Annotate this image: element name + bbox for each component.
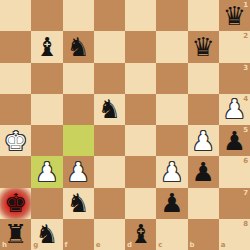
piece-black-bishop[interactable]: ♝ (129, 221, 152, 247)
square-c3[interactable] (156, 63, 187, 94)
square-a8[interactable]: 8a (219, 219, 250, 250)
square-g5[interactable] (31, 125, 62, 156)
square-d1[interactable] (125, 0, 156, 31)
square-f4[interactable] (63, 94, 94, 125)
square-e6[interactable] (94, 156, 125, 187)
square-d7[interactable] (125, 188, 156, 219)
square-d4[interactable] (125, 94, 156, 125)
rank-label-3: 3 (243, 65, 248, 72)
square-g4[interactable] (31, 94, 62, 125)
square-g1[interactable] (31, 0, 62, 31)
square-g3[interactable] (31, 63, 62, 94)
piece-black-knight[interactable]: ♞ (35, 221, 58, 247)
piece-black-knight[interactable]: ♞ (98, 96, 121, 122)
piece-black-knight[interactable]: ♞ (66, 190, 89, 216)
square-e5[interactable] (94, 125, 125, 156)
piece-white-pawn[interactable]: ♟ (66, 159, 89, 185)
square-e7[interactable] (94, 188, 125, 219)
piece-black-knight[interactable]: ♞ (66, 34, 89, 60)
square-f6[interactable]: ♟ (63, 156, 94, 187)
piece-black-rook[interactable]: ♜ (4, 221, 27, 247)
square-b6[interactable]: ♟ (188, 156, 219, 187)
piece-white-pawn[interactable]: ♟ (191, 128, 214, 154)
square-d8[interactable]: ♝d (125, 219, 156, 250)
square-h4[interactable] (0, 94, 31, 125)
piece-black-bishop[interactable]: ♝ (35, 34, 58, 60)
square-a5[interactable]: ♟5 (219, 125, 250, 156)
square-b5[interactable]: ♟ (188, 125, 219, 156)
square-h6[interactable] (0, 156, 31, 187)
square-h5[interactable]: ♚ (0, 125, 31, 156)
square-g8[interactable]: ♞g (31, 219, 62, 250)
piece-white-pawn[interactable]: ♟ (35, 159, 58, 185)
chess-board-wrapper: ♛1♝♞♛23♞♟4♚♟♟5♟♟♟♟6♚♞♟7♜h♞gfe♝dcb8a (0, 0, 250, 250)
square-g2[interactable]: ♝ (31, 31, 62, 62)
square-c2[interactable] (156, 31, 187, 62)
square-h7[interactable]: ♚ (0, 188, 31, 219)
chess-board: ♛1♝♞♛23♞♟4♚♟♟5♟♟♟♟6♚♞♟7♜h♞gfe♝dcb8a (0, 0, 250, 250)
square-c7[interactable]: ♟ (156, 188, 187, 219)
square-g6[interactable]: ♟ (31, 156, 62, 187)
square-b8[interactable]: b (188, 219, 219, 250)
square-e3[interactable] (94, 63, 125, 94)
square-b2[interactable]: ♛ (188, 31, 219, 62)
piece-black-pawn[interactable]: ♟ (191, 159, 214, 185)
square-d3[interactable] (125, 63, 156, 94)
square-h1[interactable] (0, 0, 31, 31)
square-b4[interactable] (188, 94, 219, 125)
square-f3[interactable] (63, 63, 94, 94)
square-f5[interactable] (63, 125, 94, 156)
square-f2[interactable]: ♞ (63, 31, 94, 62)
piece-black-king[interactable]: ♚ (4, 190, 27, 216)
square-h2[interactable] (0, 31, 31, 62)
square-h8[interactable]: ♜h (0, 219, 31, 250)
square-f1[interactable] (63, 0, 94, 31)
square-f8[interactable]: f (63, 219, 94, 250)
square-d2[interactable] (125, 31, 156, 62)
file-label-a: a (221, 242, 226, 249)
square-a2[interactable]: 2 (219, 31, 250, 62)
square-a6[interactable]: 6 (219, 156, 250, 187)
square-g7[interactable] (31, 188, 62, 219)
piece-white-king[interactable]: ♚ (4, 128, 27, 154)
square-a3[interactable]: 3 (219, 63, 250, 94)
square-c1[interactable] (156, 0, 187, 31)
square-c6[interactable]: ♟ (156, 156, 187, 187)
square-e2[interactable] (94, 31, 125, 62)
square-a4[interactable]: ♟4 (219, 94, 250, 125)
square-b7[interactable] (188, 188, 219, 219)
square-a1[interactable]: ♛1 (219, 0, 250, 31)
square-d5[interactable] (125, 125, 156, 156)
rank-label-2: 2 (243, 33, 248, 40)
square-a7[interactable]: 7 (219, 188, 250, 219)
square-b3[interactable] (188, 63, 219, 94)
piece-white-pawn[interactable]: ♟ (223, 96, 246, 122)
square-e4[interactable]: ♞ (94, 94, 125, 125)
square-f7[interactable]: ♞ (63, 188, 94, 219)
rank-label-6: 6 (243, 158, 248, 165)
square-c8[interactable]: c (156, 219, 187, 250)
piece-black-queen[interactable]: ♛ (191, 34, 214, 60)
square-b1[interactable] (188, 0, 219, 31)
square-c4[interactable] (156, 94, 187, 125)
square-e8[interactable]: e (94, 219, 125, 250)
piece-black-pawn[interactable]: ♟ (160, 190, 183, 216)
rank-label-7: 7 (243, 190, 248, 197)
piece-black-queen[interactable]: ♛ (223, 3, 246, 29)
square-d6[interactable] (125, 156, 156, 187)
piece-white-pawn[interactable]: ♟ (160, 159, 183, 185)
file-label-b: b (190, 242, 195, 249)
file-label-e: e (96, 242, 101, 249)
file-label-f: f (65, 242, 68, 249)
piece-black-pawn[interactable]: ♟ (223, 128, 246, 154)
square-h3[interactable] (0, 63, 31, 94)
square-c5[interactable] (156, 125, 187, 156)
square-e1[interactable] (94, 0, 125, 31)
file-label-c: c (158, 242, 162, 249)
rank-label-8: 8 (243, 221, 248, 228)
